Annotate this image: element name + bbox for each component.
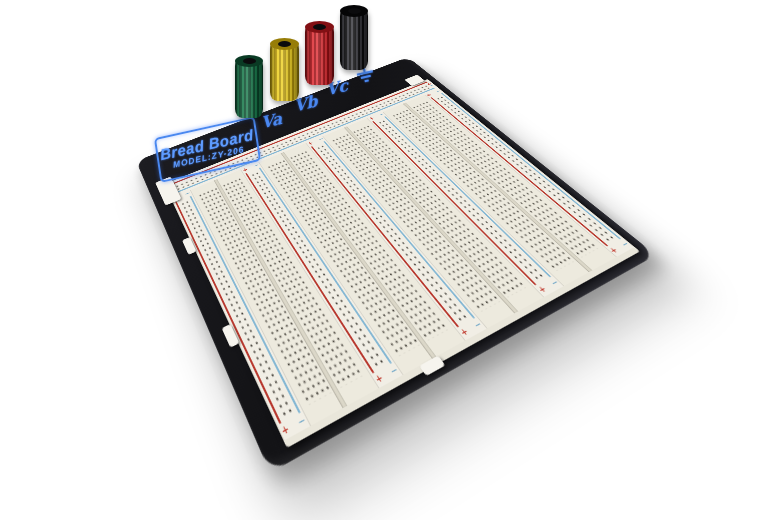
base-plate-assembly: + − + − ++−−++−−++−−++−−++−− bbox=[136, 57, 656, 473]
binding-post-yellow bbox=[270, 40, 299, 101]
polarity-mark: + bbox=[280, 425, 291, 438]
polarity-mark: + bbox=[459, 328, 470, 338]
binding-post-green bbox=[235, 57, 263, 118]
polarity-mark: + bbox=[307, 141, 314, 146]
binding-post-red bbox=[305, 23, 334, 85]
polarity-mark: + bbox=[242, 167, 249, 173]
binding-post-black bbox=[340, 7, 368, 70]
breadboard-product-photo: + − + − ++−−++−−++−−++−−++−− Bread Board… bbox=[0, 0, 780, 520]
polarity-mark: + bbox=[374, 374, 385, 385]
polarity-mark: + bbox=[368, 116, 375, 121]
